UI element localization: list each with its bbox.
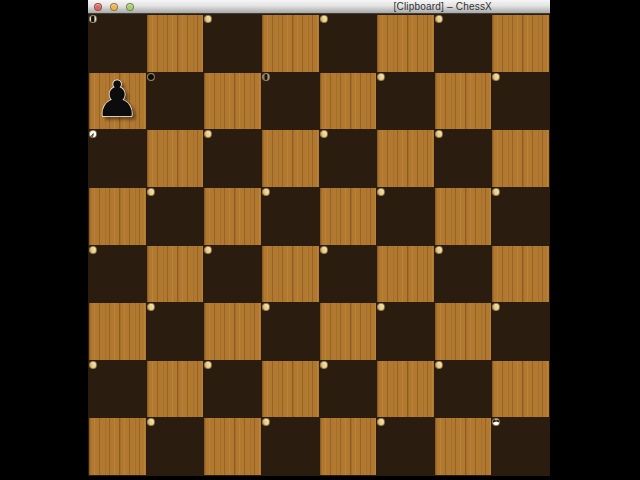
square-e5[interactable]	[320, 188, 377, 245]
square-e3[interactable]	[320, 303, 377, 360]
square-b4[interactable]	[147, 246, 204, 303]
square-e7[interactable]	[320, 73, 377, 130]
square-d6[interactable]	[262, 130, 319, 187]
chessx-window: [Clipboard] – ChessX ♚♟♟♚♔♞♘♝♗	[88, 0, 550, 476]
square-b8[interactable]	[147, 15, 204, 72]
square-h1[interactable]: ♝♗	[492, 418, 500, 426]
square-a7[interactable]: ♟	[89, 73, 146, 130]
square-g1[interactable]	[435, 418, 492, 475]
square-g6[interactable]	[435, 130, 443, 138]
square-h6[interactable]	[492, 130, 549, 187]
square-d5[interactable]	[262, 188, 270, 196]
square-c5[interactable]	[204, 188, 261, 245]
minimize-button[interactable]	[110, 3, 118, 11]
square-f6[interactable]	[377, 130, 434, 187]
square-c2[interactable]	[204, 361, 212, 369]
square-c3[interactable]	[204, 303, 261, 360]
square-f2[interactable]	[377, 361, 434, 418]
square-a3[interactable]	[89, 303, 146, 360]
square-g5[interactable]	[435, 188, 492, 245]
zoom-button[interactable]	[126, 3, 134, 11]
square-h5[interactable]	[492, 188, 500, 196]
white-king-outline: ♔	[263, 74, 269, 80]
square-b3[interactable]	[147, 303, 155, 311]
piece-white-knight[interactable]: ♞♘	[90, 131, 96, 137]
chess-board: ♚♟♟♚♔♞♘♝♗	[88, 14, 550, 476]
square-c8[interactable]	[204, 15, 212, 23]
window-title: [Clipboard] – ChessX	[394, 0, 493, 13]
square-f1[interactable]	[377, 418, 385, 426]
square-d3[interactable]	[262, 303, 270, 311]
square-h8[interactable]	[492, 15, 549, 72]
square-a8[interactable]: ♚	[89, 15, 97, 23]
square-a1[interactable]	[89, 418, 146, 475]
piece-white-bishop[interactable]: ♝♗	[493, 419, 499, 425]
square-c7[interactable]	[204, 73, 261, 130]
square-a6[interactable]: ♞♘	[89, 130, 97, 138]
square-f5[interactable]	[377, 188, 385, 196]
square-a2[interactable]	[89, 361, 97, 369]
square-h7[interactable]	[492, 73, 500, 81]
square-f3[interactable]	[377, 303, 385, 311]
square-g2[interactable]	[435, 361, 443, 369]
square-b6[interactable]	[147, 130, 204, 187]
square-c1[interactable]	[204, 418, 261, 475]
square-d4[interactable]	[262, 246, 319, 303]
white-bishop-outline: ♗	[493, 419, 499, 425]
square-e2[interactable]	[320, 361, 328, 369]
piece-black-king[interactable]: ♚	[90, 16, 96, 22]
square-h2[interactable]	[492, 361, 549, 418]
black-pawn-glyph: ♟	[89, 73, 146, 130]
square-c6[interactable]	[204, 130, 212, 138]
square-g4[interactable]	[435, 246, 443, 254]
square-h3[interactable]	[492, 303, 500, 311]
square-h4[interactable]	[492, 246, 549, 303]
square-f4[interactable]	[377, 246, 434, 303]
square-g3[interactable]	[435, 303, 492, 360]
square-b5[interactable]	[147, 188, 155, 196]
square-a5[interactable]	[89, 188, 146, 245]
piece-black-pawn[interactable]: ♟	[89, 73, 146, 130]
square-d1[interactable]	[262, 418, 270, 426]
black-pawn-glyph: ♟	[148, 74, 154, 80]
square-e8[interactable]	[320, 15, 328, 23]
square-b7[interactable]: ♟	[147, 73, 155, 81]
square-f7[interactable]	[377, 73, 385, 81]
square-d2[interactable]	[262, 361, 319, 418]
square-g7[interactable]	[435, 73, 492, 130]
square-g8[interactable]	[435, 15, 443, 23]
piece-black-pawn[interactable]: ♟	[148, 74, 154, 80]
close-button[interactable]	[94, 3, 102, 11]
square-f8[interactable]	[377, 15, 434, 72]
square-e4[interactable]	[320, 246, 328, 254]
piece-white-king[interactable]: ♚♔	[263, 74, 269, 80]
titlebar[interactable]: [Clipboard] – ChessX	[88, 0, 550, 14]
square-b2[interactable]	[147, 361, 204, 418]
square-d7[interactable]: ♚♔	[262, 73, 270, 81]
square-a4[interactable]	[89, 246, 97, 254]
window-controls	[94, 3, 134, 11]
square-c4[interactable]	[204, 246, 212, 254]
square-d8[interactable]	[262, 15, 319, 72]
screen: [Clipboard] – ChessX ♚♟♟♚♔♞♘♝♗	[0, 0, 640, 480]
square-b1[interactable]	[147, 418, 155, 426]
black-king-glyph: ♚	[90, 16, 96, 22]
square-e1[interactable]	[320, 418, 377, 475]
white-knight-outline: ♘	[90, 131, 96, 137]
square-e6[interactable]	[320, 130, 328, 138]
